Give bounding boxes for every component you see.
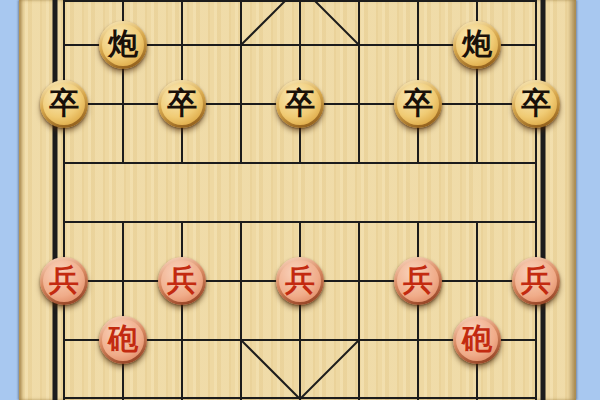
piece-glyph: 砲: [108, 324, 138, 354]
piece-black-cannon[interactable]: 炮: [453, 21, 501, 69]
piece-red-soldier[interactable]: 兵: [276, 257, 324, 305]
piece-glyph: 卒: [167, 88, 197, 118]
piece-red-soldier[interactable]: 兵: [512, 257, 560, 305]
piece-black-soldier[interactable]: 卒: [512, 80, 560, 128]
piece-glyph: 炮: [108, 29, 138, 59]
piece-black-soldier[interactable]: 卒: [158, 80, 206, 128]
piece-face: 卒: [397, 83, 439, 125]
piece-face: 兵: [515, 260, 557, 302]
piece-glyph: 卒: [285, 88, 315, 118]
piece-face: 卒: [43, 83, 85, 125]
piece-face: 卒: [161, 83, 203, 125]
piece-red-soldier[interactable]: 兵: [40, 257, 88, 305]
piece-face: 兵: [279, 260, 321, 302]
piece-red-soldier[interactable]: 兵: [394, 257, 442, 305]
piece-red-cannon[interactable]: 砲: [99, 316, 147, 364]
piece-glyph: 卒: [521, 88, 551, 118]
piece-black-soldier[interactable]: 卒: [276, 80, 324, 128]
piece-glyph: 砲: [462, 324, 492, 354]
piece-face: 兵: [43, 260, 85, 302]
piece-face: 卒: [515, 83, 557, 125]
piece-glyph: 兵: [167, 265, 197, 295]
piece-face: 砲: [456, 319, 498, 361]
piece-red-soldier[interactable]: 兵: [158, 257, 206, 305]
piece-face: 炮: [102, 24, 144, 66]
app-background: 炮炮卒卒卒卒卒兵兵兵兵兵砲砲: [0, 0, 600, 400]
piece-black-soldier[interactable]: 卒: [40, 80, 88, 128]
piece-face: 炮: [456, 24, 498, 66]
piece-face: 砲: [102, 319, 144, 361]
piece-glyph: 兵: [521, 265, 551, 295]
xiangqi-board[interactable]: 炮炮卒卒卒卒卒兵兵兵兵兵砲砲: [19, 0, 576, 400]
piece-black-soldier[interactable]: 卒: [394, 80, 442, 128]
piece-glyph: 卒: [403, 88, 433, 118]
piece-glyph: 兵: [49, 265, 79, 295]
piece-glyph: 兵: [403, 265, 433, 295]
piece-black-cannon[interactable]: 炮: [99, 21, 147, 69]
piece-face: 卒: [279, 83, 321, 125]
piece-face: 兵: [161, 260, 203, 302]
piece-glyph: 卒: [49, 88, 79, 118]
piece-glyph: 炮: [462, 29, 492, 59]
piece-glyph: 兵: [285, 265, 315, 295]
piece-layer: 炮炮卒卒卒卒卒兵兵兵兵兵砲砲: [35, 16, 566, 370]
piece-face: 兵: [397, 260, 439, 302]
piece-red-cannon[interactable]: 砲: [453, 316, 501, 364]
